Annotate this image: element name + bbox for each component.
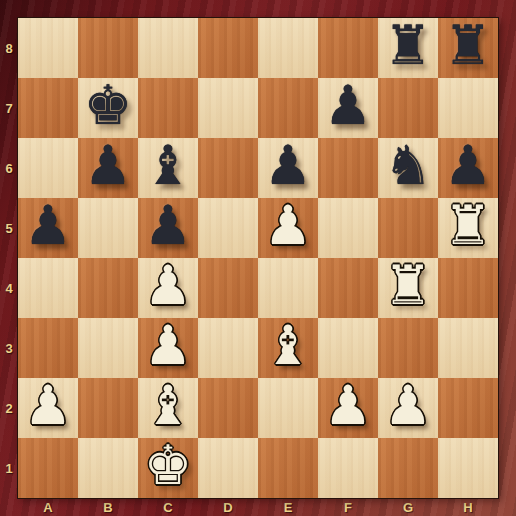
white-rook-h5[interactable]: ♜ <box>444 199 492 253</box>
square-e6[interactable]: ♟ <box>258 138 318 198</box>
square-g3[interactable] <box>378 318 438 378</box>
white-pawn-f2[interactable]: ♟ <box>324 379 372 433</box>
square-a1[interactable] <box>18 438 78 498</box>
square-g1[interactable] <box>378 438 438 498</box>
black-pawn-h6[interactable]: ♟ <box>444 139 492 193</box>
square-c1[interactable]: ♚ <box>138 438 198 498</box>
square-b4[interactable] <box>78 258 138 318</box>
rank-labels: 87654321 <box>0 18 18 498</box>
square-h4[interactable] <box>438 258 498 318</box>
square-c8[interactable] <box>138 18 198 78</box>
square-h1[interactable] <box>438 438 498 498</box>
black-pawn-f7[interactable]: ♟ <box>324 79 372 133</box>
square-e3[interactable]: ♝ <box>258 318 318 378</box>
rank-label-1: 1 <box>0 438 18 498</box>
square-h7[interactable] <box>438 78 498 138</box>
square-d1[interactable] <box>198 438 258 498</box>
file-label-h: H <box>438 498 498 516</box>
white-king-c1[interactable]: ♚ <box>144 439 192 493</box>
square-c4[interactable]: ♟ <box>138 258 198 318</box>
square-g6[interactable]: ♞ <box>378 138 438 198</box>
rank-label-3: 3 <box>0 318 18 378</box>
square-a7[interactable] <box>18 78 78 138</box>
black-pawn-e6[interactable]: ♟ <box>264 139 312 193</box>
square-h6[interactable]: ♟ <box>438 138 498 198</box>
square-c2[interactable]: ♝ <box>138 378 198 438</box>
white-pawn-e5[interactable]: ♟ <box>264 199 312 253</box>
rank-label-4: 4 <box>0 258 18 318</box>
square-h2[interactable] <box>438 378 498 438</box>
square-b2[interactable] <box>78 378 138 438</box>
square-e4[interactable] <box>258 258 318 318</box>
black-pawn-a5[interactable]: ♟ <box>24 199 72 253</box>
rank-label-6: 6 <box>0 138 18 198</box>
rank-label-2: 2 <box>0 378 18 438</box>
square-h5[interactable]: ♜ <box>438 198 498 258</box>
square-d3[interactable] <box>198 318 258 378</box>
white-pawn-g2[interactable]: ♟ <box>384 379 432 433</box>
square-h3[interactable] <box>438 318 498 378</box>
square-d6[interactable] <box>198 138 258 198</box>
file-label-a: A <box>18 498 78 516</box>
rank-label-7: 7 <box>0 78 18 138</box>
square-e2[interactable] <box>258 378 318 438</box>
white-pawn-c3[interactable]: ♟ <box>144 319 192 373</box>
black-bishop-c6[interactable]: ♝ <box>144 139 192 193</box>
square-h8[interactable]: ♜ <box>438 18 498 78</box>
square-a3[interactable] <box>18 318 78 378</box>
square-b3[interactable] <box>78 318 138 378</box>
square-b5[interactable] <box>78 198 138 258</box>
file-label-c: C <box>138 498 198 516</box>
square-b7[interactable]: ♚ <box>78 78 138 138</box>
square-f3[interactable] <box>318 318 378 378</box>
square-f4[interactable] <box>318 258 378 318</box>
board-frame: 87654321 ABCDEFGH ♜♜♚♟♟♝♟♞♟♟♟♟♜♟♜♟♝♟♝♟♟♚ <box>0 0 516 516</box>
square-a5[interactable]: ♟ <box>18 198 78 258</box>
white-pawn-c4[interactable]: ♟ <box>144 259 192 313</box>
file-labels: ABCDEFGH <box>18 498 498 516</box>
chess-board: ♜♜♚♟♟♝♟♞♟♟♟♟♜♟♜♟♝♟♝♟♟♚ <box>18 18 498 498</box>
square-e5[interactable]: ♟ <box>258 198 318 258</box>
square-f7[interactable]: ♟ <box>318 78 378 138</box>
square-a2[interactable]: ♟ <box>18 378 78 438</box>
white-pawn-a2[interactable]: ♟ <box>24 379 72 433</box>
square-f2[interactable]: ♟ <box>318 378 378 438</box>
black-knight-g6[interactable]: ♞ <box>384 139 432 193</box>
square-d4[interactable] <box>198 258 258 318</box>
square-a8[interactable] <box>18 18 78 78</box>
square-f1[interactable] <box>318 438 378 498</box>
square-d7[interactable] <box>198 78 258 138</box>
square-b1[interactable] <box>78 438 138 498</box>
black-rook-g8[interactable]: ♜ <box>384 19 432 73</box>
square-g2[interactable]: ♟ <box>378 378 438 438</box>
square-g4[interactable]: ♜ <box>378 258 438 318</box>
file-label-g: G <box>378 498 438 516</box>
file-label-b: B <box>78 498 138 516</box>
square-c7[interactable] <box>138 78 198 138</box>
square-b6[interactable]: ♟ <box>78 138 138 198</box>
square-g5[interactable] <box>378 198 438 258</box>
square-c3[interactable]: ♟ <box>138 318 198 378</box>
square-e7[interactable] <box>258 78 318 138</box>
square-f5[interactable] <box>318 198 378 258</box>
square-f6[interactable] <box>318 138 378 198</box>
file-label-e: E <box>258 498 318 516</box>
square-d5[interactable] <box>198 198 258 258</box>
square-g7[interactable] <box>378 78 438 138</box>
square-f8[interactable] <box>318 18 378 78</box>
square-b8[interactable] <box>78 18 138 78</box>
rank-label-8: 8 <box>0 18 18 78</box>
square-c5[interactable]: ♟ <box>138 198 198 258</box>
white-bishop-c2[interactable]: ♝ <box>144 379 192 433</box>
file-label-f: F <box>318 498 378 516</box>
white-rook-g4[interactable]: ♜ <box>384 259 432 313</box>
black-pawn-b6[interactable]: ♟ <box>84 139 132 193</box>
black-rook-h8[interactable]: ♜ <box>444 19 492 73</box>
square-a4[interactable] <box>18 258 78 318</box>
black-pawn-c5[interactable]: ♟ <box>144 199 192 253</box>
square-d2[interactable] <box>198 378 258 438</box>
white-bishop-e3[interactable]: ♝ <box>264 319 312 373</box>
square-e8[interactable] <box>258 18 318 78</box>
square-a6[interactable] <box>18 138 78 198</box>
square-c6[interactable]: ♝ <box>138 138 198 198</box>
square-e1[interactable] <box>258 438 318 498</box>
square-d8[interactable] <box>198 18 258 78</box>
rank-label-5: 5 <box>0 198 18 258</box>
black-king-b7[interactable]: ♚ <box>84 79 132 133</box>
file-label-d: D <box>198 498 258 516</box>
square-g8[interactable]: ♜ <box>378 18 438 78</box>
